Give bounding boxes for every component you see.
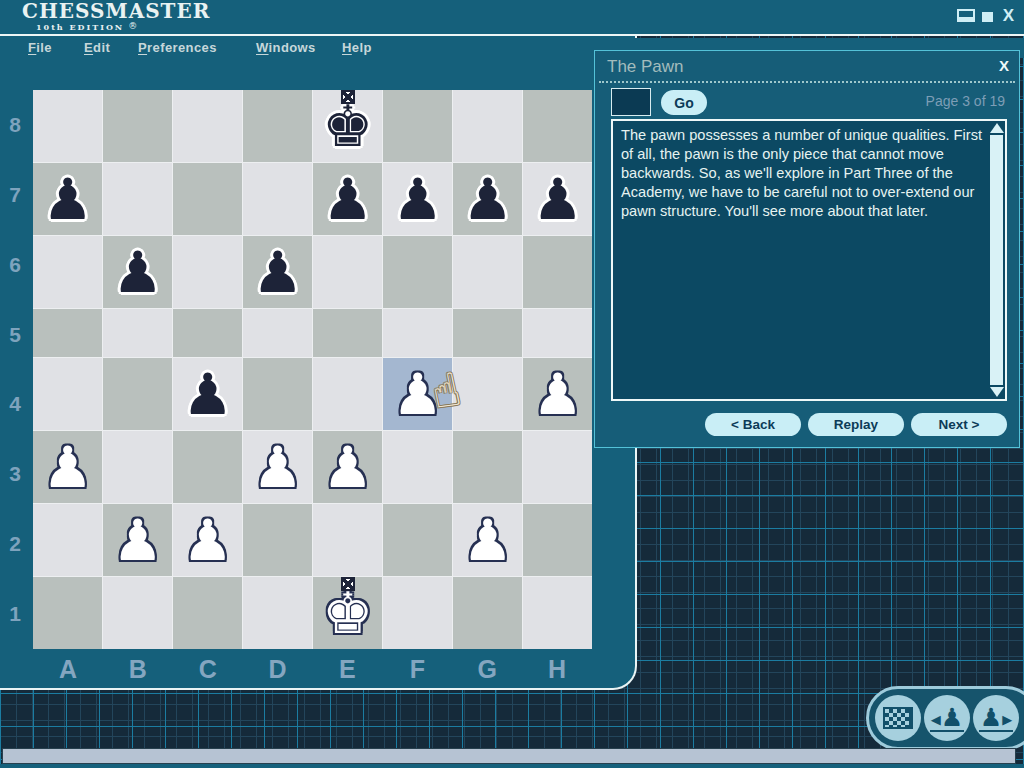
square-a8[interactable]: [33, 90, 102, 162]
rank-label-1: 1: [0, 579, 30, 649]
square-b5[interactable]: [103, 309, 172, 357]
black-pawn: ♟: [313, 163, 382, 235]
square-b8[interactable]: [103, 90, 172, 162]
scrollbar[interactable]: [989, 122, 1004, 398]
chessmaster-logo: CHESSMASTER 10th EDITION ®: [22, 1, 210, 31]
square-h4[interactable]: ♟: [523, 358, 592, 430]
square-h2[interactable]: [523, 504, 592, 576]
square-a3[interactable]: ♟: [33, 431, 102, 503]
square-h8[interactable]: [523, 90, 592, 162]
square-b7[interactable]: [103, 163, 172, 235]
square-d2[interactable]: [243, 504, 312, 576]
square-h7[interactable]: ♟: [523, 163, 592, 235]
square-e8[interactable]: ♚: [313, 90, 382, 162]
board-setup-button[interactable]: [875, 695, 921, 741]
minimize-icon[interactable]: [957, 9, 975, 22]
square-d7[interactable]: [243, 163, 312, 235]
black-pawn: ♟: [173, 358, 242, 430]
file-label-f: F: [382, 651, 452, 687]
next-move-button[interactable]: ♟▶: [973, 695, 1019, 741]
status-bar: [2, 748, 1016, 764]
square-e7[interactable]: ♟: [313, 163, 382, 235]
file-labels: ABCDEFGH: [33, 651, 592, 687]
white-pawn: ♟: [173, 504, 242, 576]
file-label-e: E: [313, 651, 383, 687]
square-c8[interactable]: [173, 90, 242, 162]
file-label-d: D: [243, 651, 313, 687]
square-d3[interactable]: ♟: [243, 431, 312, 503]
page-indicator: Page 3 of 19: [926, 93, 1005, 109]
square-f1[interactable]: [383, 577, 452, 649]
square-d8[interactable]: [243, 90, 312, 162]
black-pawn: ♟: [103, 236, 172, 308]
black-pawn: ♟: [33, 163, 102, 235]
square-g3[interactable]: [453, 431, 522, 503]
square-d5[interactable]: [243, 309, 312, 357]
king-cross-badge: [341, 90, 355, 104]
square-f7[interactable]: ♟: [383, 163, 452, 235]
square-b3[interactable]: [103, 431, 172, 503]
back-button[interactable]: < Back: [705, 413, 801, 436]
square-f8[interactable]: [383, 90, 452, 162]
square-g7[interactable]: ♟: [453, 163, 522, 235]
menu-edit[interactable]: Edit: [84, 40, 110, 55]
pawn-back-icon: ◀♟: [930, 705, 964, 732]
page-number-input[interactable]: [611, 88, 651, 116]
rank-label-7: 7: [0, 160, 30, 230]
king-cross-badge: [341, 577, 355, 591]
white-pawn: ♟: [243, 431, 312, 503]
square-e2[interactable]: [313, 504, 382, 576]
tutorial-title: The Pawn: [607, 57, 684, 77]
rank-label-6: 6: [0, 230, 30, 300]
square-h5[interactable]: [523, 309, 592, 357]
square-f2[interactable]: [383, 504, 452, 576]
square-c6[interactable]: [173, 236, 242, 308]
scrollbar-thumb[interactable]: [990, 135, 1003, 385]
square-g2[interactable]: ♟: [453, 504, 522, 576]
replay-button[interactable]: Replay: [808, 413, 904, 436]
white-pawn: ♟: [523, 358, 592, 430]
go-button[interactable]: Go: [661, 90, 707, 115]
file-label-c: C: [173, 651, 243, 687]
rank-label-4: 4: [0, 370, 30, 440]
square-e3[interactable]: ♟: [313, 431, 382, 503]
square-g5[interactable]: [453, 309, 522, 357]
square-e6[interactable]: [313, 236, 382, 308]
rank-labels: 87654321: [0, 90, 30, 649]
square-a5[interactable]: [33, 309, 102, 357]
square-c1[interactable]: [173, 577, 242, 649]
rank-label-5: 5: [0, 300, 30, 370]
square-e5[interactable]: [313, 309, 382, 357]
square-c4[interactable]: ♟: [173, 358, 242, 430]
next-button[interactable]: Next >: [911, 413, 1007, 436]
square-g1[interactable]: [453, 577, 522, 649]
square-b2[interactable]: ♟: [103, 504, 172, 576]
square-a6[interactable]: [33, 236, 102, 308]
file-label-b: B: [103, 651, 173, 687]
pawn-forward-icon: ♟▶: [979, 705, 1013, 732]
lesson-text-box: The pawn possesses a number of unique qu…: [611, 119, 1007, 401]
square-a7[interactable]: ♟: [33, 163, 102, 235]
close-window-icon[interactable]: X: [1003, 9, 1014, 22]
square-f3[interactable]: [383, 431, 452, 503]
tutorial-close-icon[interactable]: X: [999, 57, 1009, 74]
square-c7[interactable]: [173, 163, 242, 235]
logo-edition: 10th EDITION: [36, 23, 124, 31]
rank-label-8: 8: [0, 90, 30, 160]
square-c3[interactable]: [173, 431, 242, 503]
square-c2[interactable]: ♟: [173, 504, 242, 576]
menu-preferences[interactable]: Preferences: [138, 40, 217, 55]
scroll-up-icon[interactable]: [990, 123, 1004, 133]
black-pawn: ♟: [383, 163, 452, 235]
chessmaster-window: 87654321 ♚♟♟♟♟♟♟♟♟♟♟♟♟♟♟♟♟♚ ABCDEFGH ☝ C…: [0, 0, 1024, 768]
square-a4[interactable]: [33, 358, 102, 430]
square-b6[interactable]: ♟: [103, 236, 172, 308]
rank-label-3: 3: [0, 439, 30, 509]
chess-board: ♚♟♟♟♟♟♟♟♟♟♟♟♟♟♟♟♟♚: [33, 90, 592, 649]
scroll-down-icon[interactable]: [990, 387, 1004, 397]
square-d1[interactable]: [243, 577, 312, 649]
registered-mark: ®: [128, 22, 137, 31]
square-b4[interactable]: [103, 358, 172, 430]
bottom-edge: [0, 764, 1024, 768]
lesson-text: The pawn possesses a number of unique qu…: [613, 121, 988, 399]
black-pawn: ♟: [453, 163, 522, 235]
square-f5[interactable]: [383, 309, 452, 357]
square-h1[interactable]: [523, 577, 592, 649]
black-pawn: ♟: [243, 236, 312, 308]
file-label-a: A: [33, 651, 103, 687]
tutorial-panel: The Pawn X Go Page 3 of 19 The pawn poss…: [594, 50, 1020, 448]
square-e4[interactable]: [313, 358, 382, 430]
checkerboard-icon: [883, 707, 913, 729]
menu-help[interactable]: Help: [342, 40, 372, 55]
rank-label-2: 2: [0, 509, 30, 579]
square-g4[interactable]: [453, 358, 522, 430]
previous-move-button[interactable]: ◀♟: [924, 695, 970, 741]
white-pawn: ♟: [453, 504, 522, 576]
square-f6[interactable]: [383, 236, 452, 308]
divider: [599, 81, 1015, 83]
square-c5[interactable]: [173, 309, 242, 357]
square-a1[interactable]: [33, 577, 102, 649]
menu-windows[interactable]: Windows: [256, 40, 316, 55]
white-pawn: ♟: [313, 431, 382, 503]
maximize-icon[interactable]: [982, 9, 996, 22]
square-g6[interactable]: [453, 236, 522, 308]
black-pawn: ♟: [523, 163, 592, 235]
white-pawn: ♟: [33, 431, 102, 503]
square-g8[interactable]: [453, 90, 522, 162]
square-b1[interactable]: [103, 577, 172, 649]
title-bar: CHESSMASTER 10th EDITION ® X: [0, 0, 1024, 36]
file-label-h: H: [522, 651, 592, 687]
square-d6[interactable]: ♟: [243, 236, 312, 308]
square-a2[interactable]: [33, 504, 102, 576]
square-h3[interactable]: [523, 431, 592, 503]
quick-access-tray: ◀♟ ♟▶: [866, 686, 1024, 750]
board-panel: 87654321 ♚♟♟♟♟♟♟♟♟♟♟♟♟♟♟♟♟♚ ABCDEFGH ☝: [0, 36, 637, 690]
file-label-g: G: [452, 651, 522, 687]
square-e1[interactable]: ♚: [313, 577, 382, 649]
menu-file[interactable]: File: [28, 40, 52, 55]
white-pawn: ♟: [103, 504, 172, 576]
square-d4[interactable]: [243, 358, 312, 430]
logo-title: CHESSMASTER: [22, 1, 210, 21]
square-h6[interactable]: [523, 236, 592, 308]
